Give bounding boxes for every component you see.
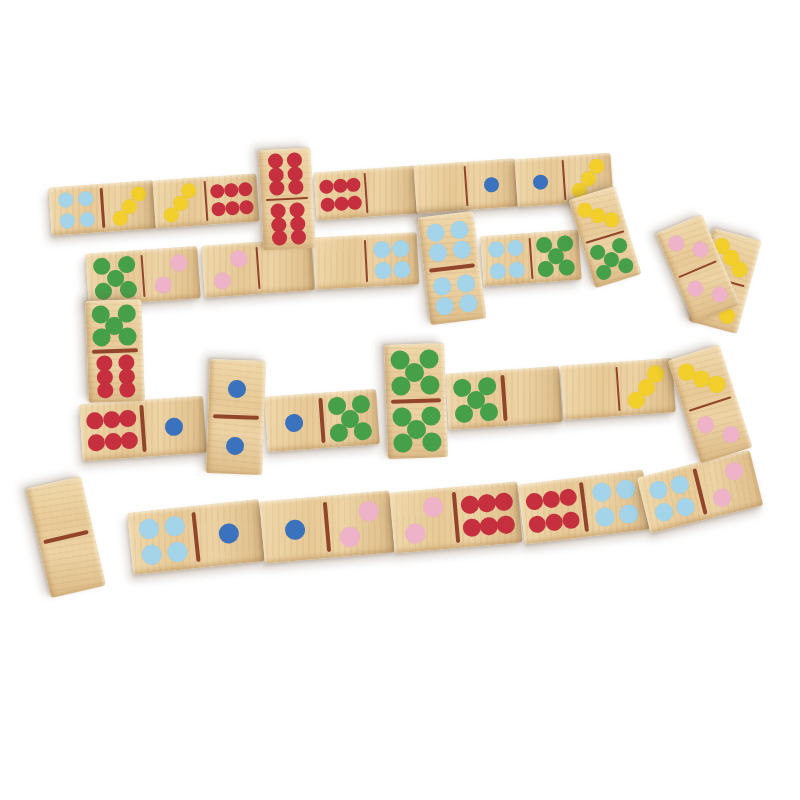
pip [426, 223, 446, 243]
domino-half-4 [480, 233, 532, 286]
pip [119, 280, 137, 298]
domino-half-2 [201, 242, 259, 298]
pip [494, 492, 514, 512]
dominoes-table-photo [0, 0, 800, 800]
pip [226, 437, 245, 456]
domino-half-0 [413, 162, 467, 213]
pip [59, 213, 75, 229]
domino-2-6[interactable] [390, 481, 523, 553]
pip [404, 522, 426, 544]
domino-half-2 [390, 487, 459, 553]
pip [164, 515, 186, 537]
domino-half-2 [141, 246, 200, 302]
pip [86, 411, 104, 429]
pip [225, 201, 240, 216]
domino-5-2[interactable] [85, 246, 200, 306]
domino-half-5 [85, 299, 143, 352]
domino-half-6 [204, 173, 259, 225]
pip [422, 496, 444, 518]
pip [339, 526, 361, 548]
domino-1-2[interactable] [260, 490, 395, 563]
pip [239, 200, 254, 215]
pip [483, 177, 499, 193]
pip [591, 482, 612, 503]
pip [669, 473, 691, 495]
domino-half-3 [152, 177, 207, 229]
domino-half-1 [193, 499, 265, 568]
pip [428, 243, 448, 263]
domino-5-5[interactable] [384, 343, 448, 459]
domino-half-0 [560, 362, 620, 420]
pip [616, 256, 635, 275]
pip [496, 514, 516, 534]
domino-half-5 [386, 400, 448, 459]
pip [452, 240, 472, 260]
pip [94, 282, 112, 300]
domino-half-6 [518, 477, 588, 544]
domino-half-1 [514, 156, 565, 207]
pip [615, 479, 636, 500]
pip [479, 516, 499, 536]
pip [435, 296, 455, 316]
domino-half-4 [365, 232, 420, 287]
domino-1-1[interactable] [206, 359, 266, 475]
domino-half-6 [79, 400, 145, 461]
pip [685, 278, 706, 299]
pip [141, 544, 163, 566]
pip [422, 432, 442, 452]
domino-half-1 [464, 159, 518, 210]
pip [120, 431, 138, 449]
pip [77, 191, 93, 207]
domino-0-4[interactable] [313, 232, 420, 289]
pip [537, 260, 554, 277]
pip [545, 513, 564, 532]
pip [210, 184, 225, 199]
pip [709, 284, 730, 305]
pip [562, 511, 581, 530]
domino-half-0 [313, 235, 368, 290]
pip [458, 293, 478, 313]
domino-4-4[interactable] [418, 211, 487, 325]
pip [291, 229, 307, 245]
pip [528, 515, 547, 534]
domino-half-6 [87, 350, 145, 403]
pip [456, 273, 476, 293]
pip [479, 402, 498, 421]
pip [690, 239, 711, 260]
domino-half-5 [384, 343, 446, 402]
pip [507, 240, 524, 257]
pip [558, 259, 575, 276]
domino-half-5 [320, 389, 380, 448]
domino-4-3[interactable] [48, 180, 156, 235]
pip [170, 254, 188, 272]
pip [393, 433, 413, 453]
domino-3-2[interactable] [668, 344, 753, 463]
domino-half-1 [141, 395, 207, 456]
domino-1-5[interactable] [264, 389, 380, 452]
pip [393, 261, 411, 279]
pip [288, 179, 304, 195]
domino-6-0[interactable] [313, 166, 418, 221]
domino-half-3 [100, 180, 156, 232]
domino-4-1[interactable] [127, 499, 265, 574]
domino-half-0 [502, 366, 563, 426]
pip [320, 197, 335, 212]
domino-half-6 [313, 169, 367, 220]
pip [647, 479, 669, 501]
domino-0-3[interactable] [560, 358, 675, 420]
domino-half-1 [208, 359, 266, 418]
pip [723, 460, 745, 482]
pip [594, 506, 615, 527]
pip [432, 276, 452, 296]
pip [87, 433, 105, 451]
pip [138, 518, 160, 540]
pip [391, 376, 411, 396]
pip [166, 541, 188, 563]
pip [272, 230, 288, 246]
domino-5-6[interactable] [85, 299, 145, 403]
domino-half-4 [127, 506, 199, 575]
pip [488, 241, 505, 258]
pip [213, 272, 231, 290]
pip [392, 240, 410, 258]
pip [224, 183, 239, 198]
pip [542, 490, 561, 509]
domino-6-4[interactable] [518, 470, 650, 545]
domino-half-6 [453, 481, 522, 547]
pip [119, 409, 137, 427]
pip [711, 486, 733, 508]
pip [230, 250, 248, 268]
pip [358, 500, 380, 522]
pip [508, 261, 525, 278]
pip [284, 413, 303, 432]
domino-0-0[interactable] [26, 476, 106, 598]
domino-half-1 [260, 496, 330, 563]
domino-5-0[interactable] [445, 366, 563, 430]
domino-6-1[interactable] [79, 395, 207, 461]
pip [627, 391, 645, 409]
pip [653, 501, 675, 523]
pip [238, 182, 253, 197]
domino-6-6[interactable] [258, 148, 315, 251]
pip [695, 414, 716, 435]
domino-half-2 [324, 490, 394, 557]
pip [284, 519, 306, 541]
domino-half-0 [364, 166, 418, 217]
pip [347, 195, 362, 210]
pip [618, 504, 639, 525]
domino-half-1 [264, 393, 324, 452]
pip [92, 328, 111, 347]
pip [720, 424, 741, 445]
pip [103, 410, 121, 428]
pip [97, 382, 114, 399]
pip [104, 432, 122, 450]
pip [269, 180, 285, 196]
pip [163, 207, 179, 223]
pip [373, 241, 391, 259]
pip [489, 263, 506, 280]
pip [460, 494, 480, 514]
domino-3-6[interactable] [152, 173, 259, 228]
pip [79, 212, 95, 228]
pip [111, 210, 127, 226]
pip [533, 174, 549, 190]
domino-half-5 [445, 370, 506, 430]
domino-4-5[interactable] [480, 230, 581, 287]
pip [674, 496, 696, 518]
pip [218, 523, 240, 545]
domino-half-4 [48, 184, 104, 236]
domino-half-1 [206, 416, 264, 475]
pip [374, 262, 392, 280]
pip [164, 417, 183, 436]
pip [462, 517, 482, 537]
domino-half-6 [261, 198, 316, 251]
pip [449, 220, 469, 240]
pip [346, 177, 361, 192]
domino-0-1[interactable] [413, 159, 518, 214]
pip [477, 493, 497, 513]
pip [420, 375, 440, 395]
domino-half-4 [424, 265, 486, 325]
domino-half-6 [258, 148, 313, 201]
pip [525, 492, 544, 511]
pip [353, 421, 372, 440]
domino-half-5 [529, 230, 581, 283]
pip [154, 276, 172, 294]
domino-half-4 [418, 211, 480, 271]
pip [228, 380, 247, 399]
pip [559, 488, 578, 507]
pip [119, 381, 136, 398]
pip [319, 179, 334, 194]
domino-half-3 [616, 358, 676, 416]
pip [666, 233, 687, 254]
pip [454, 404, 473, 423]
pip [211, 202, 226, 217]
domino-half-5 [85, 250, 144, 306]
pip [57, 192, 73, 208]
